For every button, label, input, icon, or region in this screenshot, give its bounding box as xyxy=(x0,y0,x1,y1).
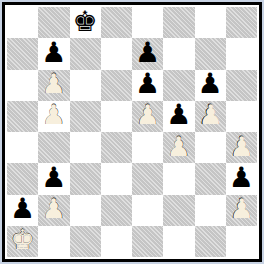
square-b8[interactable] xyxy=(38,7,69,38)
square-e5[interactable]: ♟♙ xyxy=(132,101,163,132)
white-king[interactable]: ♚♔ xyxy=(10,226,35,254)
square-b6[interactable]: ♟♙ xyxy=(38,70,69,101)
black-pawn[interactable]: ♟ xyxy=(166,101,191,129)
square-f6[interactable] xyxy=(163,70,194,101)
square-h3[interactable]: ♟ xyxy=(226,163,257,194)
white-pawn-fill-glyph: ♟ xyxy=(42,71,66,98)
black-pawn[interactable]: ♟ xyxy=(229,164,254,192)
square-c5[interactable] xyxy=(70,101,101,132)
square-b4[interactable] xyxy=(38,132,69,163)
square-a2[interactable]: ♟ xyxy=(7,195,38,226)
square-e2[interactable] xyxy=(132,195,163,226)
square-d3[interactable] xyxy=(101,163,132,194)
square-c2[interactable] xyxy=(70,195,101,226)
square-a8[interactable] xyxy=(7,7,38,38)
square-e8[interactable] xyxy=(132,7,163,38)
square-h4[interactable]: ♟♙ xyxy=(226,132,257,163)
square-a7[interactable] xyxy=(7,38,38,69)
black-pawn[interactable]: ♟ xyxy=(198,70,223,98)
black-pawn[interactable]: ♟ xyxy=(135,70,160,98)
square-f8[interactable] xyxy=(163,7,194,38)
white-pawn[interactable]: ♟♙ xyxy=(135,101,160,129)
white-pawn[interactable]: ♟♙ xyxy=(198,101,223,129)
black-pawn[interactable]: ♟ xyxy=(41,39,66,67)
white-pawn-fill-glyph: ♟ xyxy=(135,102,159,129)
white-pawn-fill-glyph: ♟ xyxy=(167,133,191,160)
square-g6[interactable]: ♟ xyxy=(195,70,226,101)
square-c4[interactable] xyxy=(70,132,101,163)
square-c1[interactable] xyxy=(70,226,101,257)
square-c7[interactable] xyxy=(70,38,101,69)
square-d6[interactable] xyxy=(101,70,132,101)
square-g4[interactable] xyxy=(195,132,226,163)
square-e4[interactable] xyxy=(132,132,163,163)
white-king-fill-glyph: ♚ xyxy=(10,227,34,254)
square-e3[interactable] xyxy=(132,163,163,194)
square-b1[interactable] xyxy=(38,226,69,257)
square-b5[interactable]: ♟♙ xyxy=(38,101,69,132)
white-pawn[interactable]: ♟♙ xyxy=(41,195,66,223)
square-h5[interactable] xyxy=(226,101,257,132)
square-d5[interactable] xyxy=(101,101,132,132)
square-f4[interactable]: ♟♙ xyxy=(163,132,194,163)
square-d4[interactable] xyxy=(101,132,132,163)
square-g8[interactable] xyxy=(195,7,226,38)
white-pawn[interactable]: ♟♙ xyxy=(41,101,66,129)
square-g1[interactable] xyxy=(195,226,226,257)
white-pawn-fill-glyph: ♟ xyxy=(42,196,66,223)
square-g5[interactable]: ♟♙ xyxy=(195,101,226,132)
square-e6[interactable]: ♟ xyxy=(132,70,163,101)
square-a5[interactable] xyxy=(7,101,38,132)
square-b7[interactable]: ♟ xyxy=(38,38,69,69)
square-h7[interactable] xyxy=(226,38,257,69)
square-a3[interactable] xyxy=(7,163,38,194)
board-frame: ♚♟♟♟♙♟♟♟♙♟♙♟♟♙♟♙♟♙♟♟♟♟♙♟♙♚♔ xyxy=(2,2,262,262)
square-f7[interactable] xyxy=(163,38,194,69)
square-a6[interactable] xyxy=(7,70,38,101)
square-c6[interactable] xyxy=(70,70,101,101)
white-pawn-fill-glyph: ♟ xyxy=(198,102,222,129)
white-pawn[interactable]: ♟♙ xyxy=(229,195,254,223)
square-a1[interactable]: ♚♔ xyxy=(7,226,38,257)
square-e1[interactable] xyxy=(132,226,163,257)
square-f2[interactable] xyxy=(163,195,194,226)
square-h6[interactable] xyxy=(226,70,257,101)
board-margin: ♚♟♟♟♙♟♟♟♙♟♙♟♟♙♟♙♟♙♟♟♟♟♙♟♙♚♔ xyxy=(0,0,264,264)
square-c8[interactable]: ♚ xyxy=(70,7,101,38)
white-pawn[interactable]: ♟♙ xyxy=(229,133,254,161)
square-d1[interactable] xyxy=(101,226,132,257)
black-king[interactable]: ♚ xyxy=(73,8,98,36)
square-g7[interactable] xyxy=(195,38,226,69)
square-f1[interactable] xyxy=(163,226,194,257)
square-a4[interactable] xyxy=(7,132,38,163)
white-pawn[interactable]: ♟♙ xyxy=(166,133,191,161)
square-g3[interactable] xyxy=(195,163,226,194)
white-pawn-fill-glyph: ♟ xyxy=(229,196,253,223)
square-d7[interactable] xyxy=(101,38,132,69)
square-f3[interactable] xyxy=(163,163,194,194)
square-d8[interactable] xyxy=(101,7,132,38)
black-pawn[interactable]: ♟ xyxy=(10,195,35,223)
black-pawn[interactable]: ♟ xyxy=(41,164,66,192)
square-c3[interactable] xyxy=(70,163,101,194)
square-f5[interactable]: ♟ xyxy=(163,101,194,132)
square-g2[interactable] xyxy=(195,195,226,226)
white-pawn-fill-glyph: ♟ xyxy=(229,133,253,160)
square-e7[interactable]: ♟ xyxy=(132,38,163,69)
square-b2[interactable]: ♟♙ xyxy=(38,195,69,226)
square-b3[interactable]: ♟ xyxy=(38,163,69,194)
square-h2[interactable]: ♟♙ xyxy=(226,195,257,226)
square-h8[interactable] xyxy=(226,7,257,38)
square-d2[interactable] xyxy=(101,195,132,226)
square-h1[interactable] xyxy=(226,226,257,257)
white-pawn[interactable]: ♟♙ xyxy=(41,70,66,98)
chess-board: ♚♟♟♟♙♟♟♟♙♟♙♟♟♙♟♙♟♙♟♟♟♟♙♟♙♚♔ xyxy=(7,7,257,257)
black-pawn[interactable]: ♟ xyxy=(135,39,160,67)
white-pawn-fill-glyph: ♟ xyxy=(42,102,66,129)
